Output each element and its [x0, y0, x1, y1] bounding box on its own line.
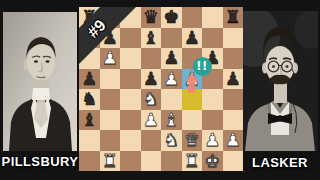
- square-c6[interactable]: [120, 48, 141, 69]
- square-h7[interactable]: [223, 28, 244, 49]
- square-d2[interactable]: [141, 130, 162, 151]
- square-d1[interactable]: [141, 151, 162, 172]
- black-knight-a4: ♞: [81, 90, 97, 108]
- square-d4[interactable]: ♞: [141, 89, 162, 110]
- square-e4[interactable]: [161, 89, 182, 110]
- black-king-e8: ♚: [163, 8, 179, 26]
- white-king-g1: ♚: [204, 152, 220, 170]
- white-rook-f1: ♜: [184, 152, 200, 170]
- lasker-portrait: [242, 11, 318, 151]
- square-b6[interactable]: ♟: [100, 48, 121, 69]
- square-e7[interactable]: [161, 28, 182, 49]
- black-pawn-f7: ♟: [184, 29, 200, 47]
- black-pawn-e6: ♟: [163, 49, 179, 67]
- square-h1[interactable]: [223, 151, 244, 172]
- white-queen-f2: ♛: [184, 131, 200, 149]
- white-pawn-h2: ♟: [225, 131, 241, 149]
- square-f1[interactable]: ♜: [182, 151, 203, 172]
- square-a2[interactable]: [79, 130, 100, 151]
- square-h3[interactable]: [223, 110, 244, 131]
- player-name-left: PILLSBURY: [1, 154, 79, 169]
- square-d3[interactable]: ♟: [141, 110, 162, 131]
- square-e6[interactable]: ♟: [161, 48, 182, 69]
- black-bishop-d7: ♝: [143, 29, 159, 47]
- square-g2[interactable]: ♟: [202, 130, 223, 151]
- square-h2[interactable]: ♟: [223, 130, 244, 151]
- black-pawn-d5: ♟: [143, 70, 159, 88]
- square-d8[interactable]: ♛: [141, 7, 162, 28]
- square-c3[interactable]: [120, 110, 141, 131]
- square-h4[interactable]: [223, 89, 244, 110]
- black-pawn-h5: ♟: [225, 70, 241, 88]
- square-d6[interactable]: [141, 48, 162, 69]
- pillsbury-portrait-drawing: [3, 12, 77, 151]
- pillsbury-portrait: [3, 12, 77, 151]
- square-b5[interactable]: [100, 69, 121, 90]
- white-bishop-e3: ♝: [163, 111, 179, 129]
- square-f4[interactable]: [182, 89, 203, 110]
- square-g4[interactable]: [202, 89, 223, 110]
- square-h8[interactable]: ♜: [223, 7, 244, 28]
- player-name-right: LASKER: [240, 155, 320, 170]
- square-e2[interactable]: ♞: [161, 130, 182, 151]
- square-b3[interactable]: [100, 110, 121, 131]
- square-g3[interactable]: [202, 110, 223, 131]
- white-pawn-d3: ♟: [143, 111, 159, 129]
- brilliant-move-badge: !!: [193, 57, 212, 76]
- square-f2[interactable]: ♛: [182, 130, 203, 151]
- square-e8[interactable]: ♚: [161, 7, 182, 28]
- square-h5[interactable]: ♟: [223, 69, 244, 90]
- square-a1[interactable]: [79, 151, 100, 172]
- square-a5[interactable]: ♟: [79, 69, 100, 90]
- square-b2[interactable]: [100, 130, 121, 151]
- square-c4[interactable]: [120, 89, 141, 110]
- square-e1[interactable]: [161, 151, 182, 172]
- white-knight-e2: ♞: [163, 131, 179, 149]
- white-rook-b1: ♜: [102, 152, 118, 170]
- black-queen-d8: ♛: [143, 8, 159, 26]
- square-h6[interactable]: [223, 48, 244, 69]
- square-g7[interactable]: [202, 28, 223, 49]
- square-a4[interactable]: ♞: [79, 89, 100, 110]
- collar: [32, 88, 50, 100]
- square-d5[interactable]: ♟: [141, 69, 162, 90]
- square-e3[interactable]: ♝: [161, 110, 182, 131]
- square-b4[interactable]: [100, 89, 121, 110]
- black-pawn-a5: ♟: [81, 70, 97, 88]
- white-pawn-e5: ♟: [163, 70, 179, 88]
- face: [27, 44, 55, 81]
- square-b1[interactable]: ♜: [100, 151, 121, 172]
- board-zone: ♜♛♚♜♟♝♟♟♟♟♟♟♟♟♟♞♞♝♟♝♞♛♟♟♜♜♚ !! #9: [79, 7, 243, 171]
- square-e5[interactable]: ♟: [161, 69, 182, 90]
- square-c5[interactable]: [120, 69, 141, 90]
- white-pawn-g2: ♟: [204, 131, 220, 149]
- lasker-portrait-drawing: [242, 11, 318, 151]
- square-g1[interactable]: ♚: [202, 151, 223, 172]
- square-f3[interactable]: [182, 110, 203, 131]
- square-f8[interactable]: [182, 7, 203, 28]
- black-bishop-a3: ♝: [81, 111, 97, 129]
- square-f7[interactable]: ♟: [182, 28, 203, 49]
- square-a3[interactable]: ♝: [79, 110, 100, 131]
- square-c1[interactable]: [120, 151, 141, 172]
- square-g8[interactable]: [202, 7, 223, 28]
- square-d7[interactable]: ♝: [141, 28, 162, 49]
- black-rook-h8: ♜: [225, 8, 241, 26]
- white-pawn-b6: ♟: [102, 49, 118, 67]
- square-c7[interactable]: [120, 28, 141, 49]
- square-c2[interactable]: [120, 130, 141, 151]
- white-knight-d4: ♞: [143, 90, 159, 108]
